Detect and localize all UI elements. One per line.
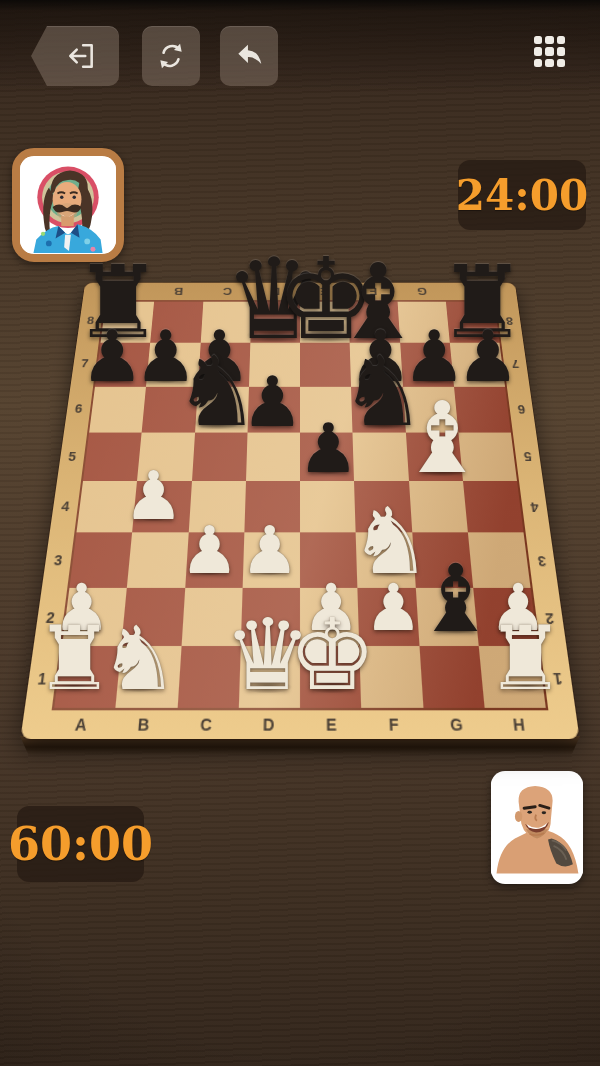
coord-label-d: D [237, 710, 300, 739]
player-avatar-image [491, 771, 583, 884]
coord-label-h: H [486, 710, 552, 739]
coord-label-f: F [362, 710, 426, 739]
file-labels-bottom: ABCDEFGH [48, 710, 552, 739]
coord-label-4: 4 [519, 481, 550, 533]
piece-white-rook-h1[interactable]: ♜ [486, 615, 565, 703]
piece-black-pawn-d6[interactable]: ♟ [241, 367, 303, 437]
undo-button[interactable] [220, 26, 278, 86]
rotate-button[interactable] [142, 26, 200, 86]
square-e4[interactable] [300, 481, 356, 533]
piece-white-bishop-g5[interactable]: ♝ [398, 389, 486, 488]
menu-grid-icon[interactable] [534, 36, 565, 67]
opponent-clock-time: 24:00 [456, 171, 588, 220]
coord-label-g: G [424, 710, 489, 739]
coord-label-b: B [111, 710, 176, 739]
coord-label-a: A [48, 710, 114, 739]
coord-label-c: C [174, 710, 238, 739]
square-g1[interactable] [419, 646, 484, 708]
piece-white-pawn-b4[interactable]: ♟ [123, 463, 183, 530]
opponent-avatar-image [20, 156, 116, 254]
piece-black-pawn-e5[interactable]: ♟ [298, 415, 359, 483]
player-avatar[interactable] [491, 771, 583, 884]
piece-white-king-e1[interactable]: ♚ [288, 606, 376, 705]
player-clock: 60:00 [17, 806, 144, 882]
top-bar [0, 0, 600, 92]
rotate-refresh-icon [155, 40, 187, 72]
exit-button[interactable] [31, 26, 119, 86]
opponent-clock: 24:00 [458, 160, 586, 230]
piece-white-pawn-c3[interactable]: ♟ [180, 518, 239, 584]
piece-white-pawn-d3[interactable]: ♟ [240, 518, 299, 584]
player-clock-time: 60:00 [8, 817, 153, 871]
piece-white-knight-b1[interactable]: ♞ [99, 615, 178, 703]
coord-label-e: E [300, 710, 363, 739]
exit-icon [65, 40, 97, 72]
coord-label-5: 5 [513, 432, 543, 481]
undo-arrow-icon [233, 40, 265, 72]
